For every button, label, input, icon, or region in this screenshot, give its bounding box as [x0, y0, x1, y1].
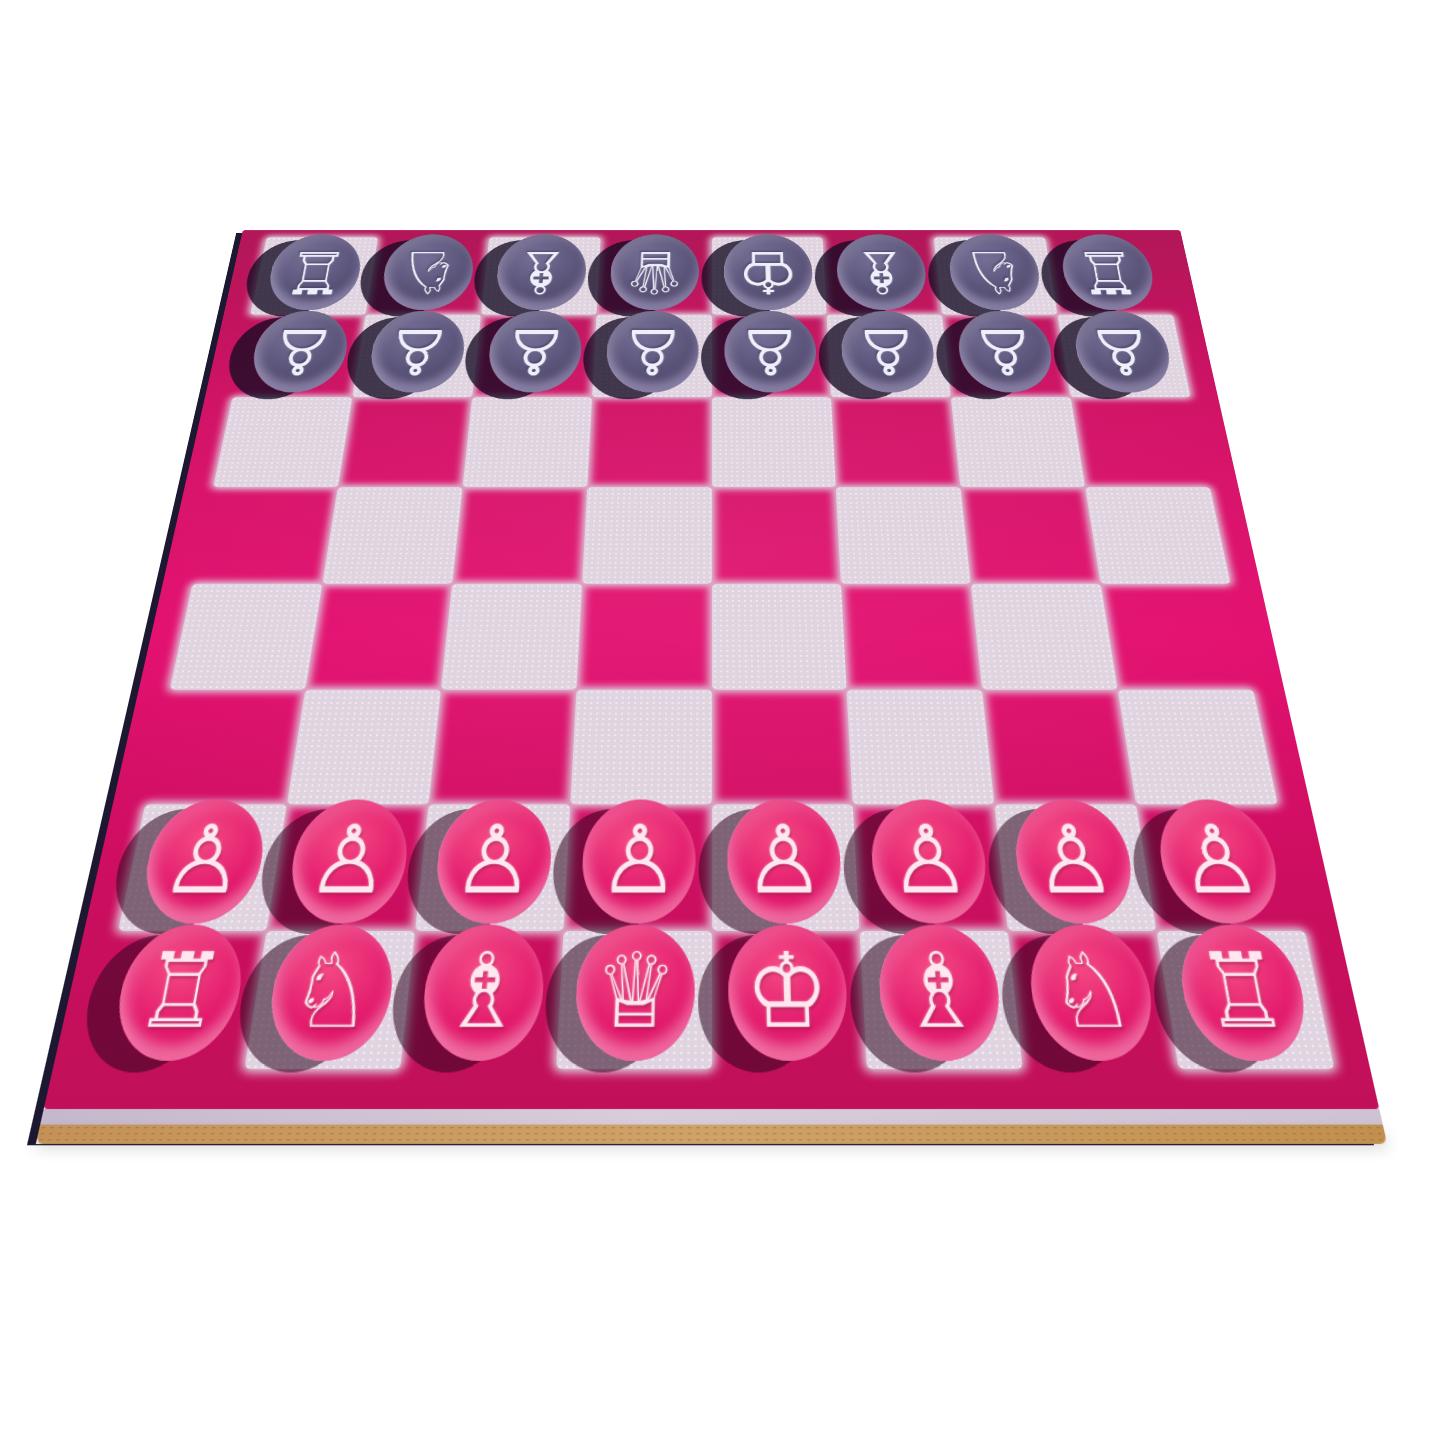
square-e4[interactable] [712, 584, 847, 689]
pawn-glyph-icon: ♙ [1028, 814, 1120, 908]
square-a4[interactable] [170, 584, 322, 689]
pawn-glyph-icon: ♙ [1170, 814, 1267, 908]
black-king-piece[interactable]: ♔ [724, 234, 814, 310]
square-h1[interactable]: ♖ [1156, 930, 1334, 1069]
board-surface: ♖♘♗♕♔♗♘♖♙♙♙♙♙♙♙♙♙♙♙♙♙♙♙♙♖♘♗♕♔♗♘♖ [44, 230, 1380, 1109]
square-h6[interactable] [1071, 397, 1210, 487]
square-f1[interactable]: ♗ [860, 930, 1023, 1069]
square-h3[interactable] [1118, 689, 1278, 804]
square-b3[interactable] [287, 689, 441, 804]
square-c6[interactable] [462, 397, 591, 487]
square-g6[interactable] [951, 397, 1085, 487]
square-d5[interactable] [582, 487, 712, 584]
white-rook-piece[interactable]: ♖ [1172, 925, 1316, 1061]
white-pawn-piece[interactable]: ♙ [868, 799, 991, 923]
black-queen-piece[interactable]: ♕ [609, 234, 699, 310]
knight-glyph-icon: ♘ [1043, 940, 1140, 1044]
square-a6[interactable] [213, 397, 352, 487]
black-rook-piece[interactable]: ♖ [264, 234, 366, 310]
board-painted-edge [40, 1109, 1383, 1125]
knight-glyph-icon: ♘ [283, 940, 380, 1044]
pawn-glyph-icon: ♙ [886, 814, 973, 908]
square-c2[interactable]: ♙ [415, 804, 570, 930]
king-glyph-icon: ♔ [737, 243, 801, 301]
pawn-glyph-icon: ♙ [738, 320, 804, 382]
square-h5[interactable] [1085, 487, 1230, 584]
pawn-glyph-icon: ♙ [451, 814, 538, 908]
square-b2[interactable]: ♙ [267, 804, 429, 930]
black-pawn-piece[interactable]: ♙ [955, 311, 1057, 393]
queen-glyph-icon: ♕ [592, 940, 678, 1044]
square-d7[interactable]: ♙ [592, 314, 712, 397]
square-b5[interactable] [322, 487, 462, 584]
black-pawn-piece[interactable]: ♙ [366, 311, 468, 393]
square-d4[interactable] [576, 584, 711, 689]
bishop-glyph-icon: ♗ [438, 940, 529, 1044]
square-b6[interactable] [338, 397, 472, 487]
square-h7[interactable]: ♙ [1057, 314, 1190, 397]
square-f6[interactable] [831, 397, 960, 487]
square-g7[interactable]: ♙ [942, 314, 1071, 397]
square-e3[interactable] [712, 689, 854, 804]
pawn-glyph-icon: ♙ [303, 814, 395, 908]
pawn-glyph-icon: ♙ [853, 320, 922, 382]
square-e6[interactable] [712, 397, 837, 487]
square-a2[interactable]: ♙ [118, 804, 287, 930]
board-cork-edge [36, 1125, 1387, 1144]
square-c4[interactable] [441, 584, 582, 689]
square-a8[interactable]: ♖ [250, 237, 378, 314]
knight-glyph-icon: ♘ [394, 243, 464, 301]
square-c3[interactable] [428, 689, 576, 804]
knight-glyph-icon: ♘ [960, 243, 1030, 301]
square-d3[interactable] [570, 689, 712, 804]
black-rook-piece[interactable]: ♖ [1057, 234, 1159, 310]
chess-board: ♖♘♗♕♔♗♘♖♙♙♙♙♙♙♙♙♙♙♙♙♙♙♙♙♖♘♗♕♔♗♘♖ [36, 230, 1387, 1144]
square-a7[interactable]: ♙ [232, 314, 365, 397]
square-d1[interactable]: ♕ [556, 930, 712, 1069]
white-knight-piece[interactable]: ♘ [263, 925, 399, 1061]
white-king-piece[interactable]: ♔ [728, 925, 850, 1061]
board-grid: ♖♘♗♕♔♗♘♖♙♙♙♙♙♙♙♙♙♙♙♙♙♙♙♙♖♘♗♕♔♗♘♖ [88, 237, 1334, 1069]
square-f7[interactable]: ♙ [827, 314, 951, 397]
black-knight-piece[interactable]: ♘ [946, 234, 1044, 310]
square-a3[interactable] [145, 689, 305, 804]
pawn-glyph-icon: ♙ [598, 814, 680, 908]
pawn-glyph-icon: ♙ [262, 320, 338, 382]
white-queen-piece[interactable]: ♕ [573, 925, 695, 1061]
square-e8[interactable]: ♔ [712, 237, 827, 314]
bishop-glyph-icon: ♗ [508, 243, 575, 301]
rook-glyph-icon: ♖ [1192, 940, 1295, 1044]
black-pawn-piece[interactable]: ♙ [605, 311, 699, 393]
king-glyph-icon: ♔ [745, 940, 831, 1044]
white-pawn-piece[interactable]: ♙ [727, 799, 843, 923]
square-h4[interactable] [1101, 584, 1253, 689]
black-pawn-piece[interactable]: ♙ [486, 311, 584, 393]
square-a1[interactable]: ♖ [88, 930, 266, 1069]
white-pawn-piece[interactable]: ♙ [136, 799, 272, 923]
pawn-glyph-icon: ♙ [969, 320, 1042, 382]
square-f4[interactable] [841, 584, 982, 689]
square-h2[interactable]: ♙ [1136, 804, 1305, 930]
photo-background: ♖♘♗♕♔♗♘♖♙♙♙♙♙♙♙♙♙♙♙♙♙♙♙♙♖♘♗♕♔♗♘♖ [0, 0, 1445, 1445]
rook-glyph-icon: ♖ [129, 940, 232, 1044]
square-e2[interactable]: ♙ [712, 804, 860, 930]
square-f5[interactable] [836, 487, 971, 584]
pawn-glyph-icon: ♙ [619, 320, 685, 382]
white-pawn-piece[interactable]: ♙ [284, 799, 413, 923]
pawn-glyph-icon: ♙ [381, 320, 454, 382]
square-e7[interactable]: ♙ [712, 314, 832, 397]
square-f3[interactable] [847, 689, 995, 804]
pawn-glyph-icon: ♙ [744, 814, 826, 908]
square-g8[interactable]: ♘ [934, 237, 1058, 314]
rook-glyph-icon: ♖ [1071, 243, 1144, 301]
white-rook-piece[interactable]: ♖ [107, 925, 251, 1061]
square-g5[interactable] [961, 487, 1101, 584]
square-g4[interactable] [971, 584, 1118, 689]
queen-glyph-icon: ♕ [623, 243, 687, 301]
white-pawn-piece[interactable]: ♙ [1010, 799, 1139, 923]
square-d2[interactable]: ♙ [563, 804, 711, 930]
white-bishop-piece[interactable]: ♗ [876, 925, 1005, 1061]
black-pawn-piece[interactable]: ♙ [1070, 311, 1177, 393]
pawn-glyph-icon: ♙ [156, 814, 253, 908]
square-b4[interactable] [305, 584, 452, 689]
square-c1[interactable]: ♗ [400, 930, 563, 1069]
white-bishop-piece[interactable]: ♗ [418, 925, 547, 1061]
bishop-glyph-icon: ♗ [848, 243, 915, 301]
square-b7[interactable]: ♙ [352, 314, 481, 397]
square-g3[interactable] [982, 689, 1136, 804]
rook-glyph-icon: ♖ [279, 243, 352, 301]
white-pawn-piece[interactable]: ♙ [580, 799, 696, 923]
black-pawn-piece[interactable]: ♙ [839, 311, 937, 393]
square-c7[interactable]: ♙ [472, 314, 596, 397]
square-d8[interactable]: ♕ [596, 237, 711, 314]
square-b8[interactable]: ♘ [366, 237, 490, 314]
square-g2[interactable]: ♙ [995, 804, 1157, 930]
white-knight-piece[interactable]: ♘ [1024, 925, 1160, 1061]
black-bishop-piece[interactable]: ♗ [835, 234, 929, 310]
square-b1[interactable]: ♘ [244, 930, 415, 1069]
square-c5[interactable] [452, 487, 587, 584]
pawn-glyph-icon: ♙ [1085, 320, 1161, 382]
bishop-glyph-icon: ♗ [894, 940, 985, 1044]
square-c8[interactable]: ♗ [481, 237, 600, 314]
square-f2[interactable]: ♙ [853, 804, 1008, 930]
black-pawn-piece[interactable]: ♙ [724, 311, 818, 393]
square-h8[interactable]: ♖ [1045, 237, 1173, 314]
white-pawn-piece[interactable]: ♙ [1151, 799, 1287, 923]
white-pawn-piece[interactable]: ♙ [432, 799, 555, 923]
black-knight-piece[interactable]: ♘ [379, 234, 477, 310]
square-e1[interactable]: ♔ [712, 930, 868, 1069]
square-f8[interactable]: ♗ [823, 237, 942, 314]
square-a5[interactable] [192, 487, 337, 584]
square-d6[interactable] [587, 397, 712, 487]
black-bishop-piece[interactable]: ♗ [494, 234, 588, 310]
square-g1[interactable]: ♘ [1008, 930, 1179, 1069]
pawn-glyph-icon: ♙ [500, 320, 569, 382]
black-pawn-piece[interactable]: ♙ [247, 311, 354, 393]
square-e5[interactable] [712, 487, 842, 584]
